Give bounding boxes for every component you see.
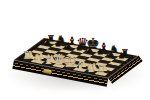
chess-set-photo: abcdefgh 87654321 ♜♞♝♛♚♝♞♜♟♟♟♟♟♟♟♟♟♟♟♟♟♟… [0,0,150,100]
brass-clasp-icon [43,69,52,74]
